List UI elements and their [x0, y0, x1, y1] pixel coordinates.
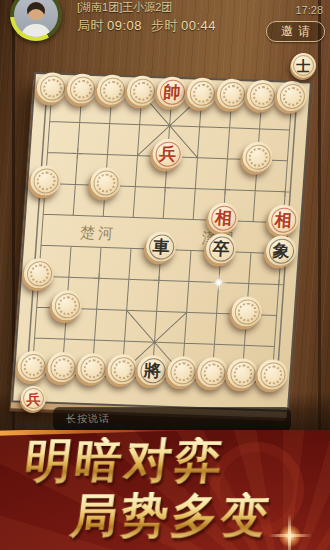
- hidden-piece[interactable]: [196, 357, 228, 388]
- piece-相[interactable]: 相: [207, 202, 239, 233]
- promo-banner: 明暗对弈 局势多变: [0, 430, 330, 550]
- hidden-piece[interactable]: [47, 352, 79, 383]
- piece-車[interactable]: 車: [145, 231, 177, 262]
- hidden-piece[interactable]: [166, 356, 198, 387]
- voice-hint-text: 长按说话: [66, 412, 110, 426]
- hidden-piece[interactable]: [256, 359, 288, 390]
- opponent-name: [湖南1团]王小源2团: [77, 0, 172, 15]
- banner-title-line1: 明暗对弈: [22, 437, 228, 484]
- piece-卒[interactable]: 卒: [205, 233, 237, 264]
- piece-兵[interactable]: 兵: [152, 138, 184, 169]
- piece-帥[interactable]: 帥: [156, 76, 188, 107]
- system-clock: 17:28: [295, 4, 323, 16]
- captured-black-advisor: 士: [291, 53, 316, 78]
- move-time-label: 步时: [151, 18, 178, 33]
- captured-red-soldier: 兵: [21, 386, 46, 411]
- game-time-value: 09:08: [107, 18, 142, 33]
- game-timers: 局时09:08步时00:44: [77, 17, 225, 35]
- move-time-value: 00:44: [181, 18, 216, 33]
- hidden-piece[interactable]: [226, 358, 258, 389]
- hidden-piece[interactable]: [66, 73, 98, 104]
- hidden-piece[interactable]: [77, 353, 109, 384]
- game-screen: [湖南1团]王小源2团 局时09:08步时00:44 17:28 邀请 士 兵 …: [0, 0, 330, 550]
- piece-象[interactable]: 象: [265, 235, 297, 266]
- hidden-piece[interactable]: [231, 296, 263, 327]
- hidden-piece[interactable]: [242, 141, 274, 172]
- avatar-photo: [14, 0, 58, 37]
- xiangqi-board[interactable]: 楚河 漢界 帥兵相相車卒象將: [13, 74, 310, 410]
- invite-button[interactable]: 邀请: [266, 21, 325, 42]
- hidden-piece[interactable]: [36, 72, 68, 103]
- hidden-piece[interactable]: [107, 354, 139, 385]
- hidden-piece[interactable]: [23, 258, 55, 289]
- hidden-piece[interactable]: [186, 77, 218, 108]
- hidden-piece[interactable]: [96, 74, 128, 105]
- voice-chat-bar[interactable]: 长按说话: [53, 407, 291, 431]
- hidden-piece[interactable]: [51, 290, 83, 321]
- hidden-piece[interactable]: [17, 351, 49, 382]
- banner-star-glint: [268, 514, 312, 550]
- banner-title-line2: 局势多变: [68, 492, 274, 539]
- hidden-piece[interactable]: [126, 75, 158, 106]
- piece-將[interactable]: 將: [136, 355, 168, 386]
- move-sparkle-effect: [209, 273, 228, 292]
- hidden-piece[interactable]: [216, 78, 248, 109]
- hidden-piece[interactable]: [90, 167, 122, 198]
- hidden-piece[interactable]: [276, 80, 308, 111]
- piece-相[interactable]: 相: [267, 204, 299, 235]
- game-time-label: 局时: [77, 18, 104, 33]
- hidden-piece[interactable]: [30, 165, 62, 196]
- hidden-piece[interactable]: [246, 79, 278, 110]
- pieces-layer: 帥兵相相車卒象將: [13, 74, 310, 410]
